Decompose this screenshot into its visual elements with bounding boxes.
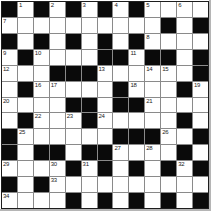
- cell-r5c13-black: [193, 66, 208, 81]
- cell-r7c5-black: [66, 98, 81, 113]
- cell-r1c1-black: [2, 2, 17, 17]
- cell-r6c6[interactable]: [82, 82, 97, 97]
- cell-r2c11-black: [161, 18, 176, 33]
- cell-r4c3[interactable]: 10: [34, 50, 49, 65]
- cell-r2c12[interactable]: [177, 18, 192, 33]
- cell-r7c1[interactable]: 20: [2, 98, 17, 113]
- cell-r11c6[interactable]: 31: [82, 161, 97, 176]
- cell-r7c2[interactable]: [18, 98, 33, 113]
- cell-r12c10[interactable]: [145, 177, 160, 192]
- cell-r10c8[interactable]: 27: [113, 145, 128, 160]
- clue-number-12: 12: [3, 66, 9, 73]
- cell-r10c4-black: [50, 145, 65, 160]
- cell-r8c4[interactable]: [50, 113, 65, 128]
- clue-number-32: 32: [178, 161, 184, 168]
- cell-r12c4[interactable]: 33: [50, 177, 65, 192]
- cell-r9c2[interactable]: 25: [18, 129, 33, 144]
- cell-r8c12-black: [177, 113, 192, 128]
- cell-r3c11[interactable]: [161, 34, 176, 49]
- cell-r9c11[interactable]: 26: [161, 129, 176, 144]
- cell-r8c11[interactable]: [161, 113, 176, 128]
- cell-r13c2[interactable]: [18, 193, 33, 208]
- cell-r12c5[interactable]: [66, 177, 81, 192]
- clue-number-26: 26: [162, 129, 168, 136]
- cell-r4c11-black: [161, 50, 176, 65]
- cell-r10c5[interactable]: [66, 145, 81, 160]
- cell-r5c5-black: [66, 66, 81, 81]
- cell-r12c1-black: [2, 177, 17, 192]
- cell-r2c2[interactable]: [18, 18, 33, 33]
- clue-number-28: 28: [146, 145, 152, 152]
- cell-r9c4[interactable]: [50, 129, 65, 144]
- cell-r10c9[interactable]: [129, 145, 144, 160]
- cell-r1c8[interactable]: 4: [113, 2, 128, 17]
- cell-r6c10[interactable]: [145, 82, 160, 97]
- cell-r10c7-black: [98, 145, 113, 160]
- cell-r10c1-black: [2, 145, 17, 160]
- clue-number-6: 6: [178, 2, 181, 9]
- clue-number-5: 5: [146, 2, 149, 9]
- cell-r5c9[interactable]: [129, 66, 144, 81]
- cell-r7c4[interactable]: [50, 98, 65, 113]
- cell-r9c5[interactable]: [66, 129, 81, 144]
- frame-shadow-right: [209, 0, 211, 211]
- cell-r2c3[interactable]: [34, 18, 49, 33]
- cell-r8c9[interactable]: [129, 113, 144, 128]
- cell-r7c6-black: [82, 98, 97, 113]
- cell-r12c12[interactable]: [177, 177, 192, 192]
- cell-r6c11[interactable]: [161, 82, 176, 97]
- cell-r2c13-black: [193, 18, 208, 33]
- cell-r6c3[interactable]: 16: [34, 82, 49, 97]
- cell-r7c3[interactable]: [34, 98, 49, 113]
- cell-r13c7-black: [98, 193, 113, 208]
- cell-r11c5-black: [66, 161, 81, 176]
- cell-r3c3-black: [34, 34, 49, 49]
- cell-r11c8[interactable]: [113, 161, 128, 176]
- cell-r12c2[interactable]: [18, 177, 33, 192]
- cell-r11c1[interactable]: 29: [2, 161, 17, 176]
- clue-number-9: 9: [3, 50, 6, 57]
- cell-r4c10-black: [145, 50, 160, 65]
- cell-r11c11-black: [161, 161, 176, 176]
- cell-r8c2-black: [18, 113, 33, 128]
- cell-r13c13-black: [193, 193, 208, 208]
- cell-r1c3-black: [34, 2, 49, 17]
- cell-r1c9-black: [129, 2, 144, 17]
- clue-number-24: 24: [99, 113, 105, 120]
- crossword-puzzle: 1234567891011121314151617181920212223242…: [0, 0, 211, 211]
- cell-r3c8[interactable]: [113, 34, 128, 49]
- clue-number-23: 23: [67, 113, 73, 120]
- clue-number-27: 27: [114, 145, 120, 152]
- cell-r12c13[interactable]: [193, 177, 208, 192]
- cell-r4c13-black: [193, 50, 208, 65]
- cell-r3c6[interactable]: [82, 34, 97, 49]
- cell-r3c1-black: [2, 34, 17, 49]
- cell-r11c10[interactable]: [145, 161, 160, 176]
- clue-number-3: 3: [83, 2, 86, 9]
- cell-r4c2-black: [18, 50, 33, 65]
- clue-number-31: 31: [83, 161, 89, 168]
- frame-shadow-bottom: [0, 209, 211, 211]
- cell-r9c13-black: [193, 129, 208, 144]
- clue-number-10: 10: [35, 50, 41, 57]
- cell-r5c11[interactable]: 15: [161, 66, 176, 81]
- clue-number-18: 18: [130, 82, 136, 89]
- cell-r9c8-black: [113, 129, 128, 144]
- cell-r5c12[interactable]: [177, 66, 192, 81]
- clue-number-8: 8: [146, 34, 149, 41]
- cell-r7c8-black: [113, 98, 128, 113]
- cell-r13c9-black: [129, 193, 144, 208]
- cell-r2c10[interactable]: [145, 18, 160, 33]
- cell-r7c13[interactable]: [193, 98, 208, 113]
- clue-number-33: 33: [51, 177, 57, 184]
- cell-r3c4[interactable]: [50, 34, 65, 49]
- clue-number-17: 17: [51, 82, 57, 89]
- cell-r8c7[interactable]: 24: [98, 113, 113, 128]
- cell-r3c10[interactable]: 8: [145, 34, 160, 49]
- cell-r13c3[interactable]: [34, 193, 49, 208]
- cell-r6c9[interactable]: 18: [129, 82, 144, 97]
- cell-r1c10[interactable]: 5: [145, 2, 160, 17]
- cell-r3c5-black: [66, 34, 81, 49]
- cell-r5c10[interactable]: 14: [145, 66, 160, 81]
- cell-r3c2[interactable]: [18, 34, 33, 49]
- cell-r10c11[interactable]: [161, 145, 176, 160]
- cell-r9c10-black: [145, 129, 160, 144]
- clue-number-11: 11: [130, 50, 136, 57]
- cell-r6c5[interactable]: [66, 82, 81, 97]
- cell-r5c4-black: [50, 66, 65, 81]
- clue-number-4: 4: [114, 2, 117, 9]
- cell-r6c8-black: [113, 82, 128, 97]
- cell-r13c12[interactable]: [177, 193, 192, 208]
- cell-r3c12[interactable]: [177, 34, 192, 49]
- cell-r9c3[interactable]: [34, 129, 49, 144]
- cell-r11c7-black: [98, 161, 113, 176]
- clue-number-19: 19: [194, 82, 200, 89]
- clue-number-29: 29: [3, 161, 9, 168]
- cell-r6c7[interactable]: [98, 82, 113, 97]
- cell-r4c8-black: [113, 50, 128, 65]
- cell-r1c5-black: [66, 2, 81, 17]
- cell-r8c13[interactable]: [193, 113, 208, 128]
- cell-r4c9[interactable]: 11: [129, 50, 144, 65]
- cell-r9c12[interactable]: [177, 129, 192, 144]
- cell-r2c5[interactable]: [66, 18, 81, 33]
- cell-r6c13[interactable]: 19: [193, 82, 208, 97]
- cell-r5c8[interactable]: [113, 66, 128, 81]
- cell-r5c3[interactable]: [34, 66, 49, 81]
- clue-number-25: 25: [19, 129, 25, 136]
- cell-r1c6[interactable]: 3: [82, 2, 97, 17]
- cell-r13c1[interactable]: 34: [2, 193, 17, 208]
- cell-r2c6[interactable]: [82, 18, 97, 33]
- cell-r2c8[interactable]: [113, 18, 128, 33]
- cell-r4c7-black: [98, 50, 113, 65]
- cell-r12c8[interactable]: [113, 177, 128, 192]
- clue-number-30: 30: [51, 161, 57, 168]
- cell-r1c12[interactable]: 6: [177, 2, 192, 17]
- clue-number-16: 16: [35, 82, 41, 89]
- cell-r13c8[interactable]: [113, 193, 128, 208]
- cell-r4c5[interactable]: [66, 50, 81, 65]
- cell-r8c10[interactable]: [145, 113, 160, 128]
- cell-r2c7[interactable]: [98, 18, 113, 33]
- cell-r5c2[interactable]: [18, 66, 33, 81]
- cell-r10c6-black: [82, 145, 97, 160]
- cell-r2c1[interactable]: 7: [2, 18, 17, 33]
- cell-r4c4[interactable]: [50, 50, 65, 65]
- cell-r6c1[interactable]: [2, 82, 17, 97]
- cell-r13c5-black: [66, 193, 81, 208]
- cell-r12c7[interactable]: [98, 177, 113, 192]
- cell-r13c6[interactable]: [82, 193, 97, 208]
- cell-r8c8[interactable]: [113, 113, 128, 128]
- cell-r2c4[interactable]: [50, 18, 65, 33]
- cell-r10c10[interactable]: 28: [145, 145, 160, 160]
- cell-r10c2[interactable]: [18, 145, 33, 160]
- clue-number-1: 1: [19, 2, 22, 9]
- cell-r4c1[interactable]: 9: [2, 50, 17, 65]
- cell-r9c7[interactable]: [98, 129, 113, 144]
- clue-number-21: 21: [146, 98, 152, 105]
- cell-r3c9-black: [129, 34, 144, 49]
- crossword-grid: 1234567891011121314151617181920212223242…: [1, 1, 209, 209]
- clue-number-34: 34: [3, 193, 9, 200]
- cell-r13c4[interactable]: [50, 193, 65, 208]
- cell-r3c13[interactable]: [193, 34, 208, 49]
- cell-r12c11[interactable]: [161, 177, 176, 192]
- cell-r10c3-black: [34, 145, 49, 160]
- cell-r10c13[interactable]: [193, 145, 208, 160]
- cell-r11c2[interactable]: [18, 161, 33, 176]
- cell-r4c12[interactable]: [177, 50, 192, 65]
- cell-r11c12[interactable]: 32: [177, 161, 192, 176]
- cell-r8c5[interactable]: 23: [66, 113, 81, 128]
- cell-r1c11[interactable]: [161, 2, 176, 17]
- cell-r8c3[interactable]: 22: [34, 113, 49, 128]
- cell-r1c4[interactable]: 2: [50, 2, 65, 17]
- cell-r13c11-black: [161, 193, 176, 208]
- cell-r6c2-black: [18, 82, 33, 97]
- cell-r11c13-black: [193, 161, 208, 176]
- cell-r7c11[interactable]: [161, 98, 176, 113]
- cell-r9c6[interactable]: [82, 129, 97, 144]
- cell-r5c1[interactable]: 12: [2, 66, 17, 81]
- cell-r6c12-black: [177, 82, 192, 97]
- cell-r9c9-black: [129, 129, 144, 144]
- cell-r6c4[interactable]: 17: [50, 82, 65, 97]
- cell-r8c6-black: [82, 113, 97, 128]
- cell-r7c9-black: [129, 98, 144, 113]
- cell-r11c3[interactable]: [34, 161, 49, 176]
- clue-number-2: 2: [51, 2, 54, 9]
- cell-r9c1-black: [2, 129, 17, 144]
- cell-r11c9-black: [129, 161, 144, 176]
- clue-number-13: 13: [99, 66, 105, 73]
- clue-number-14: 14: [146, 66, 152, 73]
- clue-number-15: 15: [162, 66, 168, 73]
- cell-r2c9[interactable]: [129, 18, 144, 33]
- cell-r7c10[interactable]: 21: [145, 98, 160, 113]
- cell-r8c1[interactable]: [2, 113, 17, 128]
- clue-number-22: 22: [35, 113, 41, 120]
- cell-r1c13[interactable]: [193, 2, 208, 17]
- cell-r13c10[interactable]: [145, 193, 160, 208]
- cell-r1c2[interactable]: 1: [18, 2, 33, 17]
- cell-r4c6[interactable]: [82, 50, 97, 65]
- cell-r1c7-black: [98, 2, 113, 17]
- cell-r7c7[interactable]: [98, 98, 113, 113]
- cell-r12c6[interactable]: [82, 177, 97, 192]
- cell-r7c12[interactable]: [177, 98, 192, 113]
- clue-number-20: 20: [3, 98, 9, 105]
- cell-r5c7[interactable]: 13: [98, 66, 113, 81]
- cell-r3c7-black: [98, 34, 113, 49]
- cell-r12c3-black: [34, 177, 49, 192]
- clue-number-7: 7: [3, 18, 6, 25]
- cell-r11c4[interactable]: 30: [50, 161, 65, 176]
- cell-r12c9[interactable]: [129, 177, 144, 192]
- cell-r5c6-black: [82, 66, 97, 81]
- cell-r10c12-black: [177, 145, 192, 160]
